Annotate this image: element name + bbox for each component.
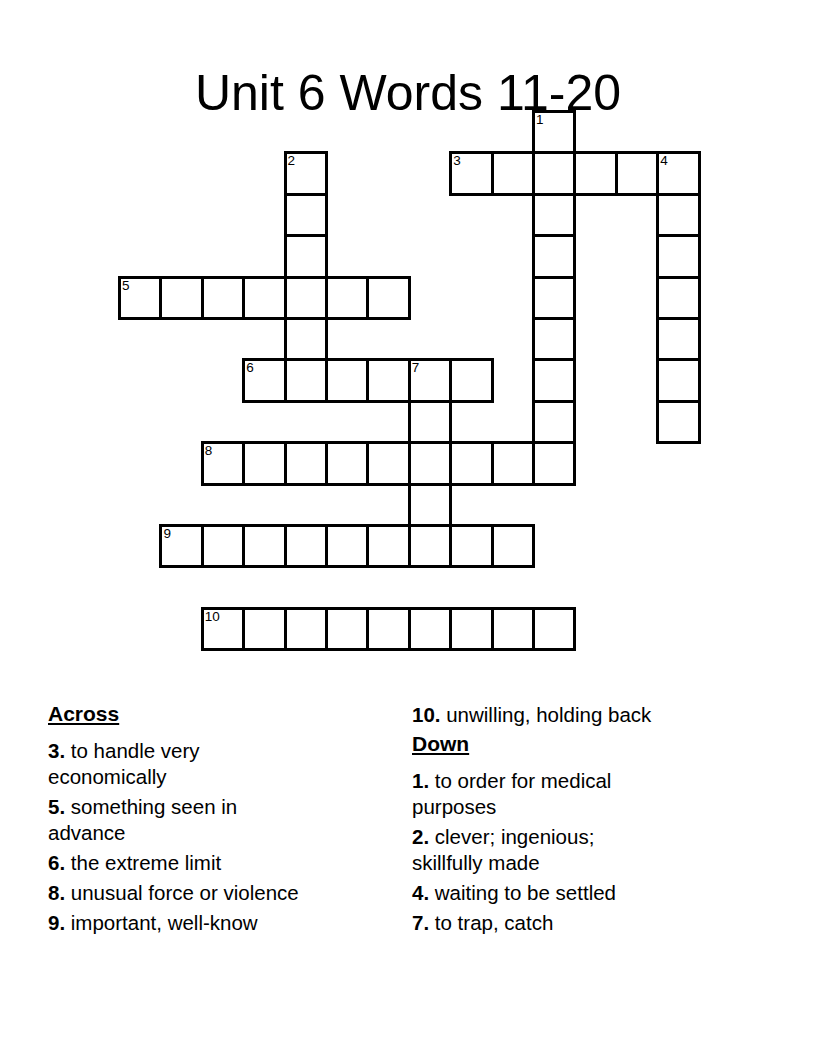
cell-r1-c10[interactable] — [532, 151, 576, 195]
clue-number: 4. — [412, 881, 429, 904]
cell-r10-c2[interactable] — [201, 524, 245, 568]
clue-across-8: 8. unusual force or violence — [48, 880, 398, 906]
clue-across-5: 5. something seen in advance — [48, 794, 398, 846]
clue-across-3: 3. to handle very economically — [48, 738, 398, 790]
clue-number: 6. — [48, 851, 65, 874]
cell-r10-c3[interactable] — [242, 524, 286, 568]
cell-r7-c13[interactable] — [656, 400, 700, 444]
cell-r1-c4[interactable]: 2 — [284, 151, 328, 195]
cell-r8-c4[interactable] — [284, 441, 328, 485]
cell-r12-c4[interactable] — [284, 607, 328, 651]
cell-r4-c10[interactable] — [532, 276, 576, 320]
clue-text: to trap, catch — [435, 911, 554, 934]
clue-number: 9. — [48, 911, 65, 934]
cell-r12-c3[interactable] — [242, 607, 286, 651]
cell-r8-c6[interactable] — [366, 441, 410, 485]
cell-r8-c7[interactable] — [408, 441, 452, 485]
cell-r8-c9[interactable] — [491, 441, 535, 485]
cell-r3-c13[interactable] — [656, 234, 700, 278]
clue-number: 1. — [412, 769, 429, 792]
cell-r6-c8[interactable] — [449, 358, 493, 402]
cell-r1-c11[interactable] — [573, 151, 617, 195]
cell-r4-c2[interactable] — [201, 276, 245, 320]
down-heading: Down — [412, 732, 784, 756]
cell-r4-c3[interactable] — [242, 276, 286, 320]
crossword-grid: 12345678910 — [118, 110, 701, 652]
cell-r10-c1[interactable]: 9 — [159, 524, 203, 568]
cell-r6-c13[interactable] — [656, 358, 700, 402]
cell-r6-c5[interactable] — [325, 358, 369, 402]
cell-r12-c10[interactable] — [532, 607, 576, 651]
cell-r12-c6[interactable] — [366, 607, 410, 651]
cell-r12-c7[interactable] — [408, 607, 452, 651]
cell-number-4: 4 — [660, 153, 668, 168]
cell-r6-c4[interactable] — [284, 358, 328, 402]
clue-across-9: 9. important, well-know — [48, 910, 398, 936]
cell-r8-c10[interactable] — [532, 441, 576, 485]
cell-r8-c3[interactable] — [242, 441, 286, 485]
cell-r4-c1[interactable] — [159, 276, 203, 320]
clue-down-1: 1. to order for medical purposes — [412, 768, 784, 820]
cell-r12-c2[interactable]: 10 — [201, 607, 245, 651]
cell-r5-c4[interactable] — [284, 317, 328, 361]
cell-r6-c7[interactable]: 7 — [408, 358, 452, 402]
clues-right-column: 10. unwilling, holding backDown 1. to or… — [412, 702, 784, 940]
cell-r8-c8[interactable] — [449, 441, 493, 485]
cell-number-6: 6 — [246, 360, 254, 375]
clue-number: 3. — [48, 739, 65, 762]
cell-number-10: 10 — [205, 609, 220, 624]
cell-r3-c4[interactable] — [284, 234, 328, 278]
cell-r1-c12[interactable] — [615, 151, 659, 195]
clue-number: 10. — [412, 703, 441, 726]
cell-r0-c10[interactable]: 1 — [532, 110, 576, 154]
cell-r4-c6[interactable] — [366, 276, 410, 320]
cell-r2-c10[interactable] — [532, 193, 576, 237]
clue-number: 5. — [48, 795, 65, 818]
clue-down-7: 7. to trap, catch — [412, 910, 784, 936]
cell-r8-c5[interactable] — [325, 441, 369, 485]
cell-r3-c10[interactable] — [532, 234, 576, 278]
clue-text: something seen in advance — [48, 795, 237, 844]
cell-r4-c4[interactable] — [284, 276, 328, 320]
cell-r2-c13[interactable] — [656, 193, 700, 237]
cell-r5-c10[interactable] — [532, 317, 576, 361]
cell-r1-c8[interactable]: 3 — [449, 151, 493, 195]
cell-r7-c7[interactable] — [408, 400, 452, 444]
cell-r1-c13[interactable]: 4 — [656, 151, 700, 195]
cell-r6-c6[interactable] — [366, 358, 410, 402]
clue-text: unusual force or violence — [71, 881, 299, 904]
cell-r6-c3[interactable]: 6 — [242, 358, 286, 402]
cell-number-9: 9 — [163, 526, 171, 541]
cell-r4-c13[interactable] — [656, 276, 700, 320]
cell-number-2: 2 — [288, 153, 296, 168]
cell-r5-c13[interactable] — [656, 317, 700, 361]
cell-r6-c10[interactable] — [532, 358, 576, 402]
cell-r9-c7[interactable] — [408, 483, 452, 527]
cell-r10-c6[interactable] — [366, 524, 410, 568]
clue-across-10: 10. unwilling, holding back — [412, 702, 784, 728]
cell-r10-c9[interactable] — [491, 524, 535, 568]
clue-text: waiting to be settled — [435, 881, 616, 904]
cell-r4-c0[interactable]: 5 — [118, 276, 162, 320]
clue-down-2: 2. clever; ingenious; skillfully made — [412, 824, 784, 876]
clue-text: clever; ingenious; skillfully made — [412, 825, 594, 874]
cell-r7-c10[interactable] — [532, 400, 576, 444]
cell-r1-c9[interactable] — [491, 151, 535, 195]
cell-number-8: 8 — [205, 443, 213, 458]
cell-r4-c5[interactable] — [325, 276, 369, 320]
clue-number: 2. — [412, 825, 429, 848]
clues-left-column: Across 3. to handle very economically5. … — [48, 702, 398, 940]
cell-number-3: 3 — [453, 153, 461, 168]
cell-r10-c7[interactable] — [408, 524, 452, 568]
clue-across-6: 6. the extreme limit — [48, 850, 398, 876]
cell-r10-c8[interactable] — [449, 524, 493, 568]
cell-r8-c2[interactable]: 8 — [201, 441, 245, 485]
cell-r10-c5[interactable] — [325, 524, 369, 568]
clue-text: important, well-know — [71, 911, 258, 934]
clue-down-4: 4. waiting to be settled — [412, 880, 784, 906]
cell-r2-c4[interactable] — [284, 193, 328, 237]
clue-number: 7. — [412, 911, 429, 934]
clue-text: to order for medical purposes — [412, 769, 611, 818]
cell-r12-c9[interactable] — [491, 607, 535, 651]
clue-text: to handle very economically — [48, 739, 200, 788]
clue-text: the extreme limit — [71, 851, 221, 874]
cell-number-5: 5 — [122, 278, 130, 293]
cell-r10-c4[interactable] — [284, 524, 328, 568]
cell-r12-c8[interactable] — [449, 607, 493, 651]
cell-number-1: 1 — [536, 112, 544, 127]
cell-number-7: 7 — [412, 360, 420, 375]
clue-text: unwilling, holding back — [446, 703, 651, 726]
across-heading: Across — [48, 702, 398, 726]
cell-r12-c5[interactable] — [325, 607, 369, 651]
clue-number: 8. — [48, 881, 65, 904]
